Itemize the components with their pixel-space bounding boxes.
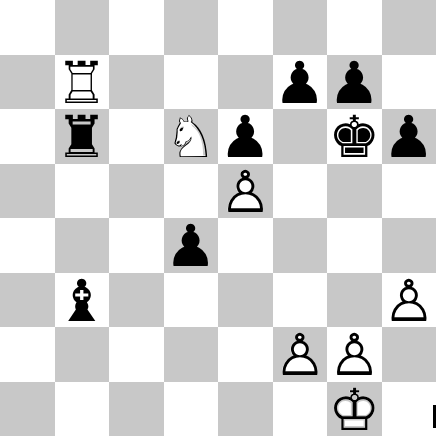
square-a7[interactable] <box>0 55 55 110</box>
square-h3[interactable]: ♟♙ <box>382 273 436 328</box>
chess-app-window: ♜♖♟♟♜♞♘♟♚♟♟♙♟♝♟♙♟♙♟♙♚♔ <box>0 0 436 439</box>
square-f8[interactable] <box>273 0 328 55</box>
piece-glyph: ♘ <box>165 110 217 164</box>
square-d2[interactable] <box>164 327 219 382</box>
square-f3[interactable] <box>273 273 328 328</box>
piece-glyph: ♟ <box>165 219 217 273</box>
square-b6[interactable]: ♜ <box>55 109 110 164</box>
piece-glyph: ♚ <box>328 110 380 164</box>
piece-glyph: ♝ <box>56 274 108 328</box>
piece-black-pawn[interactable]: ♟ <box>327 55 382 110</box>
square-h8[interactable] <box>382 0 436 55</box>
chess-board: ♜♖♟♟♜♞♘♟♚♟♟♙♟♝♟♙♟♙♟♙♚♔ <box>0 0 436 436</box>
square-h4[interactable] <box>382 218 436 273</box>
square-g6[interactable]: ♚ <box>327 109 382 164</box>
square-g1[interactable]: ♚♔ <box>327 382 382 437</box>
square-e1[interactable] <box>218 382 273 437</box>
piece-glyph: ♟ <box>328 56 380 110</box>
square-d5[interactable] <box>164 164 219 219</box>
square-e2[interactable] <box>218 327 273 382</box>
square-f2[interactable]: ♟♙ <box>273 327 328 382</box>
square-a1[interactable] <box>0 382 55 437</box>
piece-glyph: ♔ <box>328 383 380 437</box>
square-a5[interactable] <box>0 164 55 219</box>
square-a4[interactable] <box>0 218 55 273</box>
square-b7[interactable]: ♜♖ <box>55 55 110 110</box>
square-f1[interactable] <box>273 382 328 437</box>
square-a3[interactable] <box>0 273 55 328</box>
square-b5[interactable] <box>55 164 110 219</box>
square-a2[interactable] <box>0 327 55 382</box>
square-g5[interactable] <box>327 164 382 219</box>
square-f5[interactable] <box>273 164 328 219</box>
piece-black-king[interactable]: ♚ <box>327 109 382 164</box>
piece-white-rook[interactable]: ♜♖ <box>55 55 110 110</box>
piece-black-bishop[interactable]: ♝ <box>55 273 110 328</box>
square-f6[interactable] <box>273 109 328 164</box>
piece-white-pawn[interactable]: ♟♙ <box>327 327 382 382</box>
square-c2[interactable] <box>109 327 164 382</box>
square-g8[interactable] <box>327 0 382 55</box>
square-a6[interactable] <box>0 109 55 164</box>
piece-glyph: ♙ <box>328 328 380 382</box>
square-c6[interactable] <box>109 109 164 164</box>
square-c8[interactable] <box>109 0 164 55</box>
square-f7[interactable]: ♟ <box>273 55 328 110</box>
square-c4[interactable] <box>109 218 164 273</box>
square-h6[interactable]: ♟ <box>382 109 436 164</box>
piece-black-rook[interactable]: ♜ <box>55 109 110 164</box>
square-d4[interactable]: ♟ <box>164 218 219 273</box>
square-h2[interactable] <box>382 327 436 382</box>
piece-black-pawn[interactable]: ♟ <box>218 109 273 164</box>
piece-white-knight[interactable]: ♞♘ <box>164 109 219 164</box>
square-e3[interactable] <box>218 273 273 328</box>
square-e7[interactable] <box>218 55 273 110</box>
piece-glyph: ♙ <box>219 165 271 219</box>
square-e8[interactable] <box>218 0 273 55</box>
square-c7[interactable] <box>109 55 164 110</box>
square-d1[interactable] <box>164 382 219 437</box>
square-g7[interactable]: ♟ <box>327 55 382 110</box>
square-c1[interactable] <box>109 382 164 437</box>
piece-glyph: ♟ <box>219 110 271 164</box>
square-g4[interactable] <box>327 218 382 273</box>
piece-white-pawn[interactable]: ♟♙ <box>382 273 436 328</box>
piece-glyph: ♙ <box>274 328 326 382</box>
piece-glyph: ♙ <box>383 274 435 328</box>
piece-glyph: ♜ <box>56 110 108 164</box>
square-g2[interactable]: ♟♙ <box>327 327 382 382</box>
square-g3[interactable] <box>327 273 382 328</box>
square-b3[interactable]: ♝ <box>55 273 110 328</box>
square-h7[interactable] <box>382 55 436 110</box>
piece-glyph: ♖ <box>56 56 108 110</box>
square-e4[interactable] <box>218 218 273 273</box>
square-b2[interactable] <box>55 327 110 382</box>
square-c3[interactable] <box>109 273 164 328</box>
square-d8[interactable] <box>164 0 219 55</box>
piece-white-king[interactable]: ♚♔ <box>327 382 382 437</box>
piece-glyph: ♟ <box>274 56 326 110</box>
square-h1[interactable] <box>382 382 436 437</box>
piece-black-pawn[interactable]: ♟ <box>382 109 436 164</box>
square-d7[interactable] <box>164 55 219 110</box>
piece-white-pawn[interactable]: ♟♙ <box>218 164 273 219</box>
piece-black-pawn[interactable]: ♟ <box>273 55 328 110</box>
piece-white-pawn[interactable]: ♟♙ <box>273 327 328 382</box>
square-d6[interactable]: ♞♘ <box>164 109 219 164</box>
square-a8[interactable] <box>0 0 55 55</box>
square-b8[interactable] <box>55 0 110 55</box>
square-c5[interactable] <box>109 164 164 219</box>
square-b4[interactable] <box>55 218 110 273</box>
square-e6[interactable]: ♟ <box>218 109 273 164</box>
square-b1[interactable] <box>55 382 110 437</box>
piece-black-pawn[interactable]: ♟ <box>164 218 219 273</box>
square-e5[interactable]: ♟♙ <box>218 164 273 219</box>
square-f4[interactable] <box>273 218 328 273</box>
square-d3[interactable] <box>164 273 219 328</box>
square-h5[interactable] <box>382 164 436 219</box>
piece-glyph: ♟ <box>383 110 435 164</box>
